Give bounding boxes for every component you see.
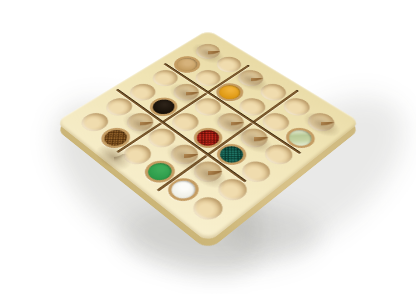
cylinder-face-green [172,118,197,131]
cell-r5c5[interactable] [183,189,233,227]
cylinder-face-red [219,88,243,100]
ball-slider[interactable] [100,130,127,157]
cylinder-face-orange [239,45,262,56]
cylinder-red[interactable] [216,86,246,102]
scene [0,0,416,294]
cylinder-teal[interactable] [239,101,270,117]
cylinder-face-white [195,135,221,148]
cylinder-sage[interactable] [306,86,336,102]
cylinder-face-wood [128,88,152,100]
cylinder-green[interactable] [169,116,200,133]
cylinder-wood[interactable] [194,18,221,33]
cylinder-face-teal [242,103,266,115]
cylinder-white[interactable] [192,133,224,150]
cell-r3c5[interactable] [232,154,280,189]
recess [237,158,276,187]
cylinder-orange[interactable] [237,44,265,59]
game-board[interactable] [55,30,360,244]
recess [188,193,229,224]
cylinder-face-wood [197,20,219,31]
cylinder-wood[interactable] [125,86,155,102]
cylinder-face-sage [309,88,333,100]
